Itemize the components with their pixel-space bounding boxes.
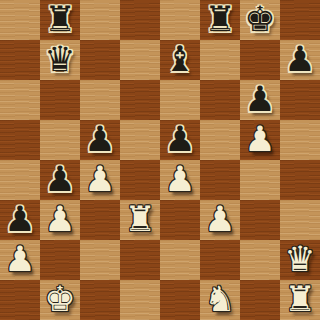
piece-black-pawn[interactable]: ♟ bbox=[44, 160, 75, 199]
square-e1[interactable] bbox=[160, 280, 200, 320]
square-c7[interactable] bbox=[80, 40, 120, 80]
piece-black-bishop[interactable]: ♝ bbox=[164, 40, 195, 79]
square-e7[interactable]: ♝ bbox=[160, 40, 200, 80]
piece-white-pawn[interactable]: ♟ bbox=[84, 160, 115, 199]
square-d8[interactable] bbox=[120, 0, 160, 40]
square-f7[interactable] bbox=[200, 40, 240, 80]
square-a2[interactable]: ♟ bbox=[0, 240, 40, 280]
square-g8[interactable]: ♚ bbox=[240, 0, 280, 40]
piece-black-pawn[interactable]: ♟ bbox=[244, 80, 275, 119]
square-a8[interactable] bbox=[0, 0, 40, 40]
square-d4[interactable] bbox=[120, 160, 160, 200]
piece-white-king[interactable]: ♚ bbox=[44, 280, 75, 319]
square-c8[interactable] bbox=[80, 0, 120, 40]
square-g3[interactable] bbox=[240, 200, 280, 240]
square-h6[interactable] bbox=[280, 80, 320, 120]
square-d2[interactable] bbox=[120, 240, 160, 280]
chess-board: ♜♜♚♛♝♟♟♟♟♟♟♟♟♟♟♜♟♟♛♚♞♜ bbox=[0, 0, 320, 320]
square-e8[interactable] bbox=[160, 0, 200, 40]
square-g4[interactable] bbox=[240, 160, 280, 200]
square-f4[interactable] bbox=[200, 160, 240, 200]
square-b8[interactable]: ♜ bbox=[40, 0, 80, 40]
piece-black-queen[interactable]: ♛ bbox=[44, 40, 75, 79]
square-e2[interactable] bbox=[160, 240, 200, 280]
square-e5[interactable]: ♟ bbox=[160, 120, 200, 160]
square-c1[interactable] bbox=[80, 280, 120, 320]
square-h5[interactable] bbox=[280, 120, 320, 160]
piece-black-pawn[interactable]: ♟ bbox=[164, 120, 195, 159]
piece-black-rook[interactable]: ♜ bbox=[204, 0, 235, 39]
square-h2[interactable]: ♛ bbox=[280, 240, 320, 280]
square-h3[interactable] bbox=[280, 200, 320, 240]
piece-white-pawn[interactable]: ♟ bbox=[44, 200, 75, 239]
square-f8[interactable]: ♜ bbox=[200, 0, 240, 40]
square-d1[interactable] bbox=[120, 280, 160, 320]
square-b2[interactable] bbox=[40, 240, 80, 280]
square-a5[interactable] bbox=[0, 120, 40, 160]
square-e3[interactable] bbox=[160, 200, 200, 240]
piece-black-pawn[interactable]: ♟ bbox=[84, 120, 115, 159]
piece-white-pawn[interactable]: ♟ bbox=[244, 120, 275, 159]
square-e6[interactable] bbox=[160, 80, 200, 120]
square-c2[interactable] bbox=[80, 240, 120, 280]
square-d6[interactable] bbox=[120, 80, 160, 120]
square-d3[interactable]: ♜ bbox=[120, 200, 160, 240]
square-g1[interactable] bbox=[240, 280, 280, 320]
piece-white-knight[interactable]: ♞ bbox=[204, 280, 235, 319]
square-f6[interactable] bbox=[200, 80, 240, 120]
square-a1[interactable] bbox=[0, 280, 40, 320]
square-a7[interactable] bbox=[0, 40, 40, 80]
square-g2[interactable] bbox=[240, 240, 280, 280]
piece-black-rook[interactable]: ♜ bbox=[44, 0, 75, 39]
square-g5[interactable]: ♟ bbox=[240, 120, 280, 160]
square-f1[interactable]: ♞ bbox=[200, 280, 240, 320]
piece-black-pawn[interactable]: ♟ bbox=[4, 200, 35, 239]
square-a6[interactable] bbox=[0, 80, 40, 120]
piece-white-pawn[interactable]: ♟ bbox=[164, 160, 195, 199]
square-h4[interactable] bbox=[280, 160, 320, 200]
piece-black-pawn[interactable]: ♟ bbox=[284, 40, 315, 79]
square-h1[interactable]: ♜ bbox=[280, 280, 320, 320]
piece-white-pawn[interactable]: ♟ bbox=[204, 200, 235, 239]
piece-white-rook[interactable]: ♜ bbox=[284, 280, 315, 319]
square-f2[interactable] bbox=[200, 240, 240, 280]
square-b5[interactable] bbox=[40, 120, 80, 160]
square-h7[interactable]: ♟ bbox=[280, 40, 320, 80]
square-c4[interactable]: ♟ bbox=[80, 160, 120, 200]
square-c5[interactable]: ♟ bbox=[80, 120, 120, 160]
square-c6[interactable] bbox=[80, 80, 120, 120]
square-h8[interactable] bbox=[280, 0, 320, 40]
square-d5[interactable] bbox=[120, 120, 160, 160]
square-e4[interactable]: ♟ bbox=[160, 160, 200, 200]
square-b6[interactable] bbox=[40, 80, 80, 120]
piece-black-king[interactable]: ♚ bbox=[244, 0, 275, 39]
piece-white-rook[interactable]: ♜ bbox=[124, 200, 155, 239]
square-a3[interactable]: ♟ bbox=[0, 200, 40, 240]
square-d7[interactable] bbox=[120, 40, 160, 80]
square-f3[interactable]: ♟ bbox=[200, 200, 240, 240]
square-c3[interactable] bbox=[80, 200, 120, 240]
square-f5[interactable] bbox=[200, 120, 240, 160]
square-b7[interactable]: ♛ bbox=[40, 40, 80, 80]
square-g6[interactable]: ♟ bbox=[240, 80, 280, 120]
square-b1[interactable]: ♚ bbox=[40, 280, 80, 320]
square-b4[interactable]: ♟ bbox=[40, 160, 80, 200]
piece-white-queen[interactable]: ♛ bbox=[284, 240, 315, 279]
square-b3[interactable]: ♟ bbox=[40, 200, 80, 240]
square-g7[interactable] bbox=[240, 40, 280, 80]
piece-white-pawn[interactable]: ♟ bbox=[4, 240, 35, 279]
square-a4[interactable] bbox=[0, 160, 40, 200]
